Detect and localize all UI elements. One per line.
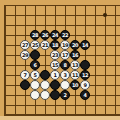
grid-line-vertical [25, 5, 26, 116]
black-stone-h7: 16 [70, 50, 80, 60]
move-number: 7 [24, 73, 27, 78]
grid-line-horizontal [5, 25, 120, 26]
move-number: 18 [52, 43, 58, 48]
board-outside-margin [0, 116, 120, 120]
white-stone-d3 [30, 90, 40, 100]
black-stone-c4 [20, 80, 30, 90]
move-number: 19 [62, 43, 68, 48]
black-stone-h4: 10 [70, 80, 80, 90]
white-stone-c8: 27 [20, 40, 30, 50]
grid-line-vertical [105, 5, 106, 116]
black-stone-f9: 24 [50, 30, 60, 40]
white-stone-e4 [40, 80, 50, 90]
move-number: 22 [62, 33, 68, 38]
white-stone-g7: 17 [60, 50, 70, 60]
black-stone-e9: 26 [40, 30, 50, 40]
white-stone-f7: 23 [50, 50, 60, 60]
white-stone-d5: 5 [30, 70, 40, 80]
black-stone-f4 [50, 80, 60, 90]
black-stone-g3: 2 [60, 90, 70, 100]
grid-line-horizontal [5, 5, 120, 6]
white-stone-g5: 3 [60, 70, 70, 80]
white-stone-h5: 11 [70, 70, 80, 80]
move-number: 12 [82, 73, 88, 78]
move-number: 16 [72, 53, 78, 58]
move-number: 14 [82, 43, 88, 48]
move-number: 13 [72, 63, 78, 68]
move-number: 11 [72, 73, 78, 78]
black-stone-e5 [40, 70, 50, 80]
move-number: 6 [34, 63, 37, 68]
grid-line-horizontal [5, 105, 120, 106]
black-stone-i8: 14 [80, 40, 90, 50]
black-stone-g9: 22 [60, 30, 70, 40]
star-point [103, 13, 107, 17]
black-stone-h8: 20 [70, 40, 80, 50]
move-number: 1 [54, 73, 57, 78]
white-stone-i4: 9 [80, 80, 90, 90]
grid-line-vertical [15, 5, 16, 116]
white-stone-c7: 29 [20, 50, 30, 60]
move-number: 17 [62, 53, 68, 58]
move-number: 24 [52, 33, 58, 38]
black-stone-d7 [30, 50, 40, 60]
move-number: 2 [64, 93, 67, 98]
white-stone-g8: 19 [60, 40, 70, 50]
white-stone-f5: 1 [50, 70, 60, 80]
move-number: 5 [34, 73, 37, 78]
white-stone-f6: 15 [50, 60, 60, 70]
black-stone-d9: 28 [30, 30, 40, 40]
black-stone-f8: 18 [50, 40, 60, 50]
move-number: 8 [64, 63, 67, 68]
white-stone-d4 [30, 80, 40, 90]
white-stone-h6: 13 [70, 60, 80, 70]
black-stone-f3 [50, 90, 60, 100]
move-number: 4 [84, 93, 87, 98]
grid-line-vertical [115, 5, 116, 116]
white-stone-e8: 21 [40, 40, 50, 50]
move-number: 21 [42, 43, 48, 48]
black-stone-d6: 6 [30, 60, 40, 70]
move-number: 27 [22, 43, 28, 48]
go-diagram: 1234567891011121314151617181920212223242… [0, 0, 120, 120]
go-board: 1234567891011121314151617181920212223242… [0, 0, 120, 120]
move-number: 29 [22, 53, 28, 58]
move-number: 20 [72, 43, 78, 48]
move-number: 26 [42, 33, 48, 38]
black-stone-i3: 4 [80, 90, 90, 100]
white-stone-g4 [60, 80, 70, 90]
white-stone-d8: 25 [30, 40, 40, 50]
grid-line-vertical [4, 5, 6, 116]
white-stone-e3 [40, 90, 50, 100]
move-number: 10 [72, 83, 78, 88]
move-number: 23 [52, 53, 58, 58]
move-number: 28 [32, 33, 38, 38]
black-stone-g6: 8 [60, 60, 70, 70]
move-number: 3 [64, 73, 67, 78]
move-number: 25 [32, 43, 38, 48]
black-stone-i6 [80, 60, 90, 70]
white-stone-c5: 7 [20, 70, 30, 80]
black-stone-i5: 12 [80, 70, 90, 80]
grid-line-vertical [95, 5, 96, 116]
move-number: 15 [52, 63, 58, 68]
move-number: 9 [84, 83, 87, 88]
